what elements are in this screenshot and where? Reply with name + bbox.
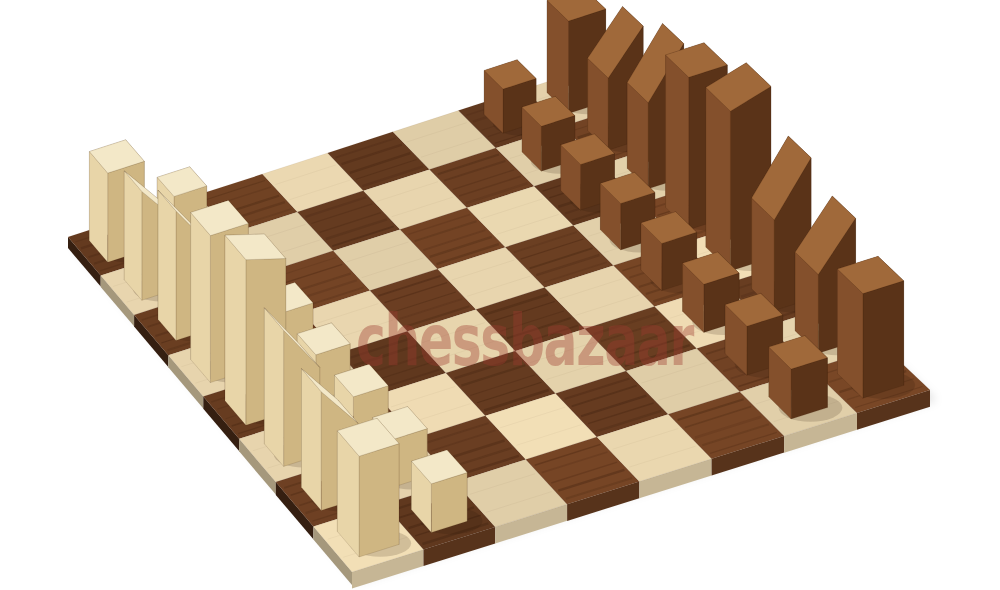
piece-face (191, 213, 211, 383)
piece-face (225, 235, 246, 425)
piece-face (124, 171, 142, 300)
product-photo: chessbazaar (0, 0, 1000, 590)
piece-face (863, 281, 904, 398)
piece-face (302, 369, 322, 511)
piece-face (666, 55, 689, 230)
piece-face (158, 190, 176, 340)
piece-face (359, 444, 399, 557)
piece-face (706, 88, 731, 271)
piece-face (264, 308, 283, 467)
piece-white-rook-h1[interactable] (337, 418, 399, 557)
piece-black-rook-h8[interactable] (838, 256, 904, 398)
chessboard-scene (0, 0, 1000, 590)
